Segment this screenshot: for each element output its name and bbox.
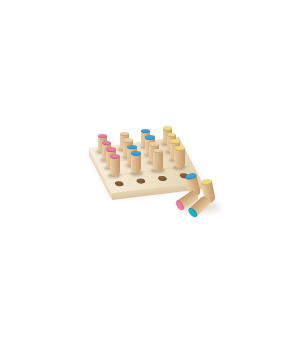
peg-cap-pink: [110, 154, 120, 159]
peg-body: [174, 148, 184, 168]
photo-canvas: [0, 0, 300, 347]
peg-cap-natural: [120, 132, 129, 136]
peg-cap-yellow: [174, 146, 184, 151]
peg-layer: [0, 0, 300, 347]
peg-r4-c3-natural[interactable]: [153, 151, 163, 171]
peg-body: [131, 154, 141, 174]
peg-cap-yellow: [163, 126, 172, 130]
peg-r4-c2-blue[interactable]: [131, 154, 141, 174]
peg-cap-pink: [106, 147, 116, 152]
pegboard-scene: [0, 0, 300, 347]
peg-cap-natural: [123, 138, 133, 142]
peg-cap-natural: [149, 142, 159, 147]
peg-cap-blue: [145, 135, 155, 139]
peg-body: [153, 151, 163, 171]
peg-r4-c1-pink[interactable]: [110, 156, 120, 176]
peg-r4-c4-yellow[interactable]: [174, 148, 184, 168]
peg-body: [110, 156, 120, 176]
